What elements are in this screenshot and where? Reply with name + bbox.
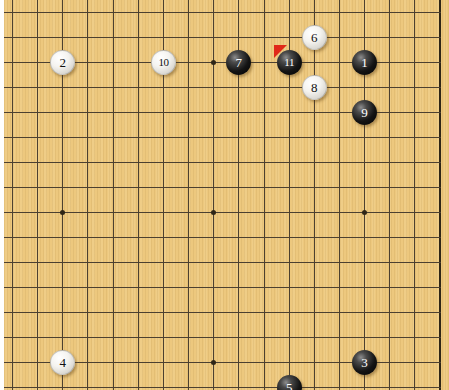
grid-vline — [314, 0, 315, 390]
stone-black-q14: 9 — [352, 100, 377, 125]
grid-hline — [4, 337, 441, 338]
stone-black-n16: 11 — [277, 50, 302, 75]
grid-vline — [113, 0, 114, 390]
move-number: 11 — [284, 57, 294, 68]
stone-white-d4: 4 — [50, 350, 75, 375]
grid-vline — [37, 0, 38, 390]
grid-hline — [4, 87, 441, 88]
grid-vline — [339, 0, 340, 390]
grid-hline — [4, 37, 441, 38]
grid-vline — [414, 0, 415, 390]
move-number: 1 — [361, 56, 368, 69]
star-point — [211, 360, 216, 365]
grid-vline — [389, 0, 390, 390]
grid-vline — [264, 0, 265, 390]
grid-hline — [4, 12, 441, 13]
stone-white-d16: 2 — [50, 50, 75, 75]
move-number: 10 — [158, 57, 168, 68]
star-point — [362, 210, 367, 215]
star-point — [211, 60, 216, 65]
grid-hline — [4, 262, 441, 263]
grid-vline — [213, 0, 214, 390]
stone-black-q4: 3 — [352, 350, 377, 375]
grid-hline — [4, 237, 441, 238]
move-number: 3 — [361, 356, 368, 369]
move-number: 5 — [286, 381, 293, 390]
move-number: 8 — [311, 81, 318, 94]
grid-vline — [87, 0, 88, 390]
stone-white-o17: 6 — [302, 25, 327, 50]
grid-vline — [138, 0, 139, 390]
move-number: 7 — [236, 56, 243, 69]
grid-hline — [4, 187, 441, 188]
stone-white-o15: 8 — [302, 75, 327, 100]
move-number: 6 — [311, 31, 318, 44]
go-board[interactable]: 1234567891011 — [0, 0, 449, 390]
grid-hline — [4, 162, 441, 163]
grid-hline — [4, 212, 441, 213]
stone-black-q16: 1 — [352, 50, 377, 75]
board-edge-line — [439, 0, 441, 390]
star-point — [60, 210, 65, 215]
grid-hline — [4, 387, 441, 388]
move-number: 2 — [60, 56, 67, 69]
grid-hline — [4, 287, 441, 288]
grid-hline — [4, 137, 441, 138]
move-number: 9 — [361, 106, 368, 119]
screen: 1234567891011 — [0, 0, 449, 390]
move-number: 4 — [60, 356, 67, 369]
grid-vline — [188, 0, 189, 390]
stone-white-h16: 10 — [151, 50, 176, 75]
stone-black-n3: 5 — [277, 375, 302, 390]
star-point — [211, 210, 216, 215]
grid-vline — [12, 0, 13, 390]
grid-hline — [4, 312, 441, 313]
stone-black-l16: 7 — [226, 50, 251, 75]
